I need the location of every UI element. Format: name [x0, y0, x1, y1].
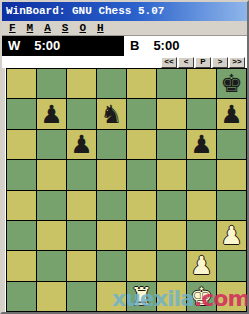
square-e4[interactable]: [127, 191, 156, 220]
square-d1[interactable]: [97, 282, 126, 311]
square-f2[interactable]: [157, 251, 186, 280]
clock-bar: W 5:00 B 5:00: [2, 36, 247, 56]
menu-mode[interactable]: M: [27, 22, 34, 34]
black-pawn-piece[interactable]: ♟: [70, 132, 92, 157]
white-clock-label: W: [8, 36, 20, 56]
nav-forward-button[interactable]: >: [212, 57, 228, 68]
winboard-window: WinBoard: GNU Chess 5.07 F M A S O H W 5…: [0, 0, 249, 314]
chess-board: ♚♟♞♟♟♟♟♟♜♚: [6, 68, 247, 312]
square-a2[interactable]: [7, 251, 36, 280]
square-a3[interactable]: [7, 221, 36, 250]
square-c5[interactable]: [67, 160, 96, 189]
square-f4[interactable]: [157, 191, 186, 220]
square-c6[interactable]: ♟: [67, 130, 96, 159]
square-f3[interactable]: [157, 221, 186, 250]
square-g6[interactable]: ♟: [187, 130, 216, 159]
square-d6[interactable]: [97, 130, 126, 159]
square-a8[interactable]: [7, 69, 36, 98]
square-e2[interactable]: [127, 251, 156, 280]
white-rook-piece[interactable]: ♜: [130, 284, 152, 309]
white-king-piece[interactable]: ♚: [190, 284, 212, 309]
black-knight-piece[interactable]: ♞: [100, 102, 122, 127]
square-d3[interactable]: [97, 221, 126, 250]
square-h2[interactable]: [217, 251, 246, 280]
black-clock-label: B: [130, 36, 139, 56]
nav-pause-button[interactable]: P: [195, 57, 211, 68]
menu-step[interactable]: S: [62, 22, 69, 34]
square-c2[interactable]: [67, 251, 96, 280]
square-g8[interactable]: [187, 69, 216, 98]
menu-file[interactable]: F: [9, 22, 16, 34]
black-clock: B 5:00: [124, 36, 247, 56]
square-b4[interactable]: [37, 191, 66, 220]
menu-bar: F M A S O H: [2, 21, 247, 36]
nav-toolbar: << < P > >>: [2, 56, 247, 68]
square-d5[interactable]: [97, 160, 126, 189]
square-h3[interactable]: ♟: [217, 221, 246, 250]
square-b1[interactable]: [37, 282, 66, 311]
square-f5[interactable]: [157, 160, 186, 189]
square-d4[interactable]: [97, 191, 126, 220]
square-f6[interactable]: [157, 130, 186, 159]
black-pawn-piece[interactable]: ♟: [190, 132, 212, 157]
black-king-piece[interactable]: ♚: [220, 71, 242, 96]
square-a5[interactable]: [7, 160, 36, 189]
square-b3[interactable]: [37, 221, 66, 250]
black-pawn-piece[interactable]: ♟: [40, 102, 62, 127]
square-c4[interactable]: [67, 191, 96, 220]
square-a4[interactable]: [7, 191, 36, 220]
square-e7[interactable]: [127, 99, 156, 128]
window-title: WinBoard: GNU Chess 5.07: [6, 5, 164, 17]
square-a1[interactable]: [7, 282, 36, 311]
square-g1[interactable]: ♚: [187, 282, 216, 311]
square-e3[interactable]: [127, 221, 156, 250]
board-area: ♚♟♞♟♟♟♟♟♜♚: [2, 68, 247, 312]
square-c7[interactable]: [67, 99, 96, 128]
title-bar[interactable]: WinBoard: GNU Chess 5.07: [2, 2, 247, 21]
white-pawn-piece[interactable]: ♟: [220, 223, 242, 248]
square-e5[interactable]: [127, 160, 156, 189]
square-g4[interactable]: [187, 191, 216, 220]
square-d7[interactable]: ♞: [97, 99, 126, 128]
square-a6[interactable]: [7, 130, 36, 159]
square-b6[interactable]: [37, 130, 66, 159]
square-h5[interactable]: [217, 160, 246, 189]
square-g3[interactable]: [187, 221, 216, 250]
square-a7[interactable]: [7, 99, 36, 128]
square-b7[interactable]: ♟: [37, 99, 66, 128]
white-pawn-piece[interactable]: ♟: [190, 253, 212, 278]
square-f8[interactable]: [157, 69, 186, 98]
menu-action[interactable]: A: [44, 22, 51, 34]
square-c3[interactable]: [67, 221, 96, 250]
square-b5[interactable]: [37, 160, 66, 189]
square-b2[interactable]: [37, 251, 66, 280]
white-clock-time: 5:00: [34, 36, 60, 56]
square-h4[interactable]: [217, 191, 246, 220]
white-clock: W 5:00: [2, 36, 124, 56]
square-f1[interactable]: [157, 282, 186, 311]
nav-to-start-button[interactable]: <<: [161, 57, 177, 68]
square-h7[interactable]: ♟: [217, 99, 246, 128]
square-e8[interactable]: [127, 69, 156, 98]
square-g7[interactable]: [187, 99, 216, 128]
nav-back-button[interactable]: <: [178, 57, 194, 68]
black-clock-time: 5:00: [153, 36, 179, 56]
square-b8[interactable]: [37, 69, 66, 98]
nav-to-end-button[interactable]: >>: [229, 57, 245, 68]
square-f7[interactable]: [157, 99, 186, 128]
square-e6[interactable]: [127, 130, 156, 159]
menu-options[interactable]: O: [79, 22, 86, 34]
square-g2[interactable]: ♟: [187, 251, 216, 280]
square-d2[interactable]: [97, 251, 126, 280]
black-pawn-piece[interactable]: ♟: [220, 102, 242, 127]
square-h6[interactable]: [217, 130, 246, 159]
menu-help[interactable]: H: [97, 22, 104, 34]
square-g5[interactable]: [187, 160, 216, 189]
square-h1[interactable]: [217, 282, 246, 311]
square-c8[interactable]: [67, 69, 96, 98]
square-e1[interactable]: ♜: [127, 282, 156, 311]
square-h8[interactable]: ♚: [217, 69, 246, 98]
square-c1[interactable]: [67, 282, 96, 311]
square-d8[interactable]: [97, 69, 126, 98]
